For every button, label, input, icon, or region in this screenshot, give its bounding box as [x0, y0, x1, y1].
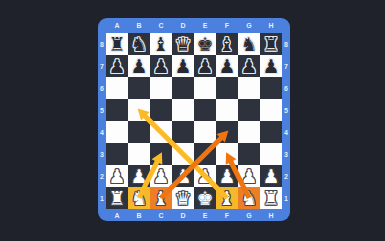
white-bishop-piece[interactable]: ♝: [216, 187, 238, 209]
square-e1[interactable]: ♚: [194, 187, 216, 209]
square-e5[interactable]: [194, 99, 216, 121]
square-g5[interactable]: [238, 99, 260, 121]
file-label-a: A: [106, 22, 128, 29]
square-b8[interactable]: ♞: [128, 33, 150, 55]
square-d6[interactable]: [172, 77, 194, 99]
black-pawn-piece[interactable]: ♟: [194, 55, 216, 77]
black-pawn-piece[interactable]: ♟: [260, 55, 282, 77]
white-knight-piece[interactable]: ♞: [128, 187, 150, 209]
square-f8[interactable]: ♝: [216, 33, 238, 55]
square-g1[interactable]: ♞: [238, 187, 260, 209]
rank-label-8: 8: [100, 41, 104, 48]
square-f4[interactable]: [216, 121, 238, 143]
rank-label-8: 8: [284, 41, 288, 48]
black-knight-piece[interactable]: ♞: [128, 33, 150, 55]
square-c3[interactable]: [150, 143, 172, 165]
black-rook-piece[interactable]: ♜: [106, 33, 128, 55]
board-squares: ♜♞♝♛♚♝♞♜♟♟♟♟♟♟♟♟♟♟♟♟♟♟♟♟♜♞♝♛♚♝♞♜: [106, 33, 282, 209]
file-label-e: E: [194, 212, 216, 219]
rank-label-6: 6: [100, 85, 104, 92]
rank-label-3: 3: [100, 151, 104, 158]
square-a7[interactable]: ♟: [106, 55, 128, 77]
file-labels-bottom: ABCDEFGH: [98, 209, 290, 221]
black-queen-piece[interactable]: ♛: [172, 33, 194, 55]
square-h2[interactable]: ♟: [260, 165, 282, 187]
square-d2[interactable]: ♟: [172, 165, 194, 187]
square-e6[interactable]: [194, 77, 216, 99]
square-g6[interactable]: [238, 77, 260, 99]
black-pawn-piece[interactable]: ♟: [128, 55, 150, 77]
black-knight-piece[interactable]: ♞: [238, 33, 260, 55]
white-pawn-piece[interactable]: ♟: [150, 165, 172, 187]
black-king-piece[interactable]: ♚: [194, 33, 216, 55]
square-g7[interactable]: ♟: [238, 55, 260, 77]
white-pawn-piece[interactable]: ♟: [194, 165, 216, 187]
square-d5[interactable]: [172, 99, 194, 121]
square-b4[interactable]: [128, 121, 150, 143]
white-rook-piece[interactable]: ♜: [260, 187, 282, 209]
square-h8[interactable]: ♜: [260, 33, 282, 55]
white-pawn-piece[interactable]: ♟: [172, 165, 194, 187]
rank-label-1: 1: [100, 195, 104, 202]
square-a4[interactable]: [106, 121, 128, 143]
square-f6[interactable]: [216, 77, 238, 99]
square-c4[interactable]: [150, 121, 172, 143]
white-pawn-piece[interactable]: ♟: [128, 165, 150, 187]
square-g8[interactable]: ♞: [238, 33, 260, 55]
rank-label-6: 6: [284, 85, 288, 92]
square-c1[interactable]: ♝: [150, 187, 172, 209]
rank-label-7: 7: [100, 63, 104, 70]
square-g2[interactable]: ♟: [238, 165, 260, 187]
square-a2[interactable]: ♟: [106, 165, 128, 187]
square-d3[interactable]: [172, 143, 194, 165]
rank-label-1: 1: [284, 195, 288, 202]
rank-label-5: 5: [100, 107, 104, 114]
square-f7[interactable]: ♟: [216, 55, 238, 77]
rank-label-4: 4: [284, 129, 288, 136]
square-c5[interactable]: [150, 99, 172, 121]
rank-label-7: 7: [284, 63, 288, 70]
rank-label-3: 3: [284, 151, 288, 158]
white-knight-piece[interactable]: ♞: [238, 187, 260, 209]
file-label-c: C: [150, 22, 172, 29]
rank-label-5: 5: [284, 107, 288, 114]
board-playing-area: ♜♞♝♛♚♝♞♜♟♟♟♟♟♟♟♟♟♟♟♟♟♟♟♟♜♞♝♛♚♝♞♜: [106, 33, 282, 209]
square-b3[interactable]: [128, 143, 150, 165]
rank-labels-right: 87654321: [282, 33, 290, 209]
square-b5[interactable]: [128, 99, 150, 121]
black-pawn-piece[interactable]: ♟: [106, 55, 128, 77]
file-label-d: D: [172, 212, 194, 219]
square-e2[interactable]: ♟: [194, 165, 216, 187]
black-rook-piece[interactable]: ♜: [260, 33, 282, 55]
white-king-piece[interactable]: ♚: [194, 187, 216, 209]
square-d4[interactable]: [172, 121, 194, 143]
square-e3[interactable]: [194, 143, 216, 165]
square-h5[interactable]: [260, 99, 282, 121]
black-bishop-piece[interactable]: ♝: [216, 33, 238, 55]
file-label-b: B: [128, 22, 150, 29]
square-b2[interactable]: ♟: [128, 165, 150, 187]
square-b1[interactable]: ♞: [128, 187, 150, 209]
square-b6[interactable]: [128, 77, 150, 99]
square-c7[interactable]: ♟: [150, 55, 172, 77]
square-e8[interactable]: ♚: [194, 33, 216, 55]
square-e7[interactable]: ♟: [194, 55, 216, 77]
file-label-f: F: [216, 212, 238, 219]
file-label-a: A: [106, 212, 128, 219]
app-background: ABCDEFGH 87654321 ♜♞♝♛♚♝♞♜♟♟♟♟♟♟♟♟♟♟♟♟♟♟…: [0, 0, 385, 241]
rank-label-2: 2: [100, 173, 104, 180]
square-h1[interactable]: ♜: [260, 187, 282, 209]
square-d1[interactable]: ♛: [172, 187, 194, 209]
square-g4[interactable]: [238, 121, 260, 143]
square-f1[interactable]: ♝: [216, 187, 238, 209]
rank-label-2: 2: [284, 173, 288, 180]
black-pawn-piece[interactable]: ♟: [150, 55, 172, 77]
white-pawn-piece[interactable]: ♟: [260, 165, 282, 187]
square-f3[interactable]: [216, 143, 238, 165]
file-label-e: E: [194, 22, 216, 29]
file-label-g: G: [238, 22, 260, 29]
square-f5[interactable]: [216, 99, 238, 121]
chess-board: ABCDEFGH 87654321 ♜♞♝♛♚♝♞♜♟♟♟♟♟♟♟♟♟♟♟♟♟♟…: [98, 18, 290, 221]
file-label-g: G: [238, 212, 260, 219]
white-queen-piece[interactable]: ♛: [172, 187, 194, 209]
square-a8[interactable]: ♜: [106, 33, 128, 55]
square-c8[interactable]: ♝: [150, 33, 172, 55]
square-h6[interactable]: [260, 77, 282, 99]
white-pawn-piece[interactable]: ♟: [216, 165, 238, 187]
black-bishop-piece[interactable]: ♝: [150, 33, 172, 55]
square-c2[interactable]: ♟: [150, 165, 172, 187]
square-f2[interactable]: ♟: [216, 165, 238, 187]
file-label-h: H: [260, 22, 282, 29]
file-label-d: D: [172, 22, 194, 29]
square-a5[interactable]: [106, 99, 128, 121]
file-label-b: B: [128, 212, 150, 219]
square-h4[interactable]: [260, 121, 282, 143]
square-a6[interactable]: [106, 77, 128, 99]
square-e4[interactable]: [194, 121, 216, 143]
file-label-f: F: [216, 22, 238, 29]
file-label-c: C: [150, 212, 172, 219]
white-bishop-piece[interactable]: ♝: [150, 187, 172, 209]
square-d7[interactable]: ♟: [172, 55, 194, 77]
white-rook-piece[interactable]: ♜: [106, 187, 128, 209]
black-pawn-piece[interactable]: ♟: [238, 55, 260, 77]
black-pawn-piece[interactable]: ♟: [216, 55, 238, 77]
rank-label-4: 4: [100, 129, 104, 136]
rank-labels-left: 87654321: [98, 33, 106, 209]
square-a1[interactable]: ♜: [106, 187, 128, 209]
square-h7[interactable]: ♟: [260, 55, 282, 77]
white-pawn-piece[interactable]: ♟: [238, 165, 260, 187]
square-a3[interactable]: [106, 143, 128, 165]
square-h3[interactable]: [260, 143, 282, 165]
file-label-h: H: [260, 212, 282, 219]
black-pawn-piece[interactable]: ♟: [172, 55, 194, 77]
file-labels-top: ABCDEFGH: [98, 18, 290, 33]
square-c6[interactable]: [150, 77, 172, 99]
square-g3[interactable]: [238, 143, 260, 165]
square-d8[interactable]: ♛: [172, 33, 194, 55]
white-pawn-piece[interactable]: ♟: [106, 165, 128, 187]
square-b7[interactable]: ♟: [128, 55, 150, 77]
